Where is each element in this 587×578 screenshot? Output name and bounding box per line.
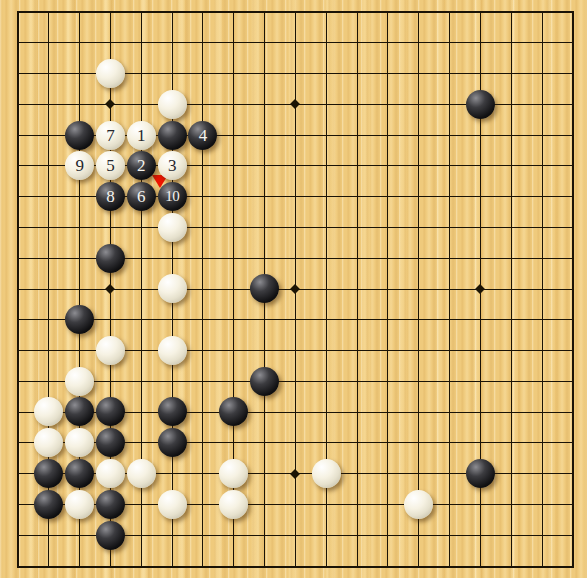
intersection-K10[interactable] xyxy=(280,274,311,305)
intersection-O4[interactable] xyxy=(403,458,434,489)
intersection-B9[interactable] xyxy=(33,304,64,335)
intersection-Q13[interactable] xyxy=(465,181,496,212)
intersection-M10[interactable] xyxy=(342,274,373,305)
intersection-K3[interactable] xyxy=(280,489,311,520)
intersection-F4[interactable] xyxy=(157,458,188,489)
intersection-Q17[interactable] xyxy=(465,58,496,89)
white-stone-B6[interactable] xyxy=(34,397,63,426)
intersection-M8[interactable] xyxy=(342,335,373,366)
intersection-A9[interactable] xyxy=(3,304,34,335)
intersection-Q9[interactable] xyxy=(465,304,496,335)
intersection-S10[interactable] xyxy=(527,274,558,305)
white-stone-D14[interactable]: 5 xyxy=(96,151,125,180)
intersection-Q15[interactable] xyxy=(465,120,496,151)
intersection-O15[interactable] xyxy=(403,120,434,151)
intersection-K4[interactable] xyxy=(280,458,311,489)
intersection-C9[interactable] xyxy=(64,304,95,335)
intersection-P19[interactable] xyxy=(434,0,465,27)
intersection-D7[interactable] xyxy=(95,366,126,397)
intersection-G1[interactable] xyxy=(188,550,219,578)
intersection-Q16[interactable] xyxy=(465,89,496,120)
intersection-H17[interactable] xyxy=(218,58,249,89)
intersection-T2[interactable] xyxy=(557,520,587,551)
intersection-K8[interactable] xyxy=(280,335,311,366)
intersection-S11[interactable] xyxy=(527,243,558,274)
intersection-J14[interactable] xyxy=(249,150,280,181)
intersection-G15[interactable]: 4 xyxy=(188,120,219,151)
intersection-Q4[interactable] xyxy=(465,458,496,489)
intersection-F8[interactable] xyxy=(157,335,188,366)
intersection-F1[interactable] xyxy=(157,550,188,578)
intersection-N17[interactable] xyxy=(373,58,404,89)
intersection-M17[interactable] xyxy=(342,58,373,89)
intersection-H8[interactable] xyxy=(218,335,249,366)
intersection-K7[interactable] xyxy=(280,366,311,397)
intersection-L14[interactable] xyxy=(311,150,342,181)
white-stone-C14[interactable]: 9 xyxy=(65,151,94,180)
intersection-N6[interactable] xyxy=(373,397,404,428)
intersection-E8[interactable] xyxy=(126,335,157,366)
intersection-S8[interactable] xyxy=(527,335,558,366)
intersection-F19[interactable] xyxy=(157,0,188,27)
intersection-Q19[interactable] xyxy=(465,0,496,27)
intersection-P9[interactable] xyxy=(434,304,465,335)
intersection-K17[interactable] xyxy=(280,58,311,89)
intersection-A11[interactable] xyxy=(3,243,34,274)
intersection-O11[interactable] xyxy=(403,243,434,274)
intersection-K14[interactable] xyxy=(280,150,311,181)
intersection-T18[interactable] xyxy=(557,27,587,58)
intersection-D9[interactable] xyxy=(95,304,126,335)
intersection-J15[interactable] xyxy=(249,120,280,151)
intersection-C5[interactable] xyxy=(64,427,95,458)
intersection-K2[interactable] xyxy=(280,520,311,551)
intersection-J2[interactable] xyxy=(249,520,280,551)
intersection-T7[interactable] xyxy=(557,366,587,397)
intersection-B18[interactable] xyxy=(33,27,64,58)
intersection-E1[interactable] xyxy=(126,550,157,578)
intersection-G17[interactable] xyxy=(188,58,219,89)
intersection-O18[interactable] xyxy=(403,27,434,58)
intersection-M15[interactable] xyxy=(342,120,373,151)
intersection-F3[interactable] xyxy=(157,489,188,520)
intersection-R9[interactable] xyxy=(496,304,527,335)
intersection-E11[interactable] xyxy=(126,243,157,274)
intersection-P14[interactable] xyxy=(434,150,465,181)
intersection-P13[interactable] xyxy=(434,181,465,212)
intersection-H7[interactable] xyxy=(218,366,249,397)
intersection-F9[interactable] xyxy=(157,304,188,335)
intersection-L13[interactable] xyxy=(311,181,342,212)
intersection-A6[interactable] xyxy=(3,397,34,428)
intersection-J13[interactable] xyxy=(249,181,280,212)
intersection-C4[interactable] xyxy=(64,458,95,489)
white-stone-H4[interactable] xyxy=(219,459,248,488)
intersection-P17[interactable] xyxy=(434,58,465,89)
intersection-O9[interactable] xyxy=(403,304,434,335)
intersection-N12[interactable] xyxy=(373,212,404,243)
intersection-P7[interactable] xyxy=(434,366,465,397)
intersection-K5[interactable] xyxy=(280,427,311,458)
intersection-Q6[interactable] xyxy=(465,397,496,428)
intersection-M9[interactable] xyxy=(342,304,373,335)
intersection-D10[interactable] xyxy=(95,274,126,305)
intersection-O14[interactable] xyxy=(403,150,434,181)
intersection-N9[interactable] xyxy=(373,304,404,335)
intersection-P4[interactable] xyxy=(434,458,465,489)
intersection-R6[interactable] xyxy=(496,397,527,428)
intersection-K13[interactable] xyxy=(280,181,311,212)
intersection-C8[interactable] xyxy=(64,335,95,366)
intersection-S1[interactable] xyxy=(527,550,558,578)
intersection-F11[interactable] xyxy=(157,243,188,274)
intersection-G14[interactable] xyxy=(188,150,219,181)
intersection-N10[interactable] xyxy=(373,274,404,305)
white-stone-F8[interactable] xyxy=(158,336,187,365)
white-stone-O3[interactable] xyxy=(404,490,433,519)
white-stone-C3[interactable] xyxy=(65,490,94,519)
intersection-M7[interactable] xyxy=(342,366,373,397)
intersection-E13[interactable]: 6 xyxy=(126,181,157,212)
intersection-H14[interactable] xyxy=(218,150,249,181)
intersection-N13[interactable] xyxy=(373,181,404,212)
intersection-P8[interactable] xyxy=(434,335,465,366)
intersection-C2[interactable] xyxy=(64,520,95,551)
intersection-J7[interactable] xyxy=(249,366,280,397)
intersection-G7[interactable] xyxy=(188,366,219,397)
intersection-E7[interactable] xyxy=(126,366,157,397)
intersection-P3[interactable] xyxy=(434,489,465,520)
intersection-H10[interactable] xyxy=(218,274,249,305)
white-stone-D17[interactable] xyxy=(96,59,125,88)
intersection-C18[interactable] xyxy=(64,27,95,58)
intersection-K19[interactable] xyxy=(280,0,311,27)
intersection-G2[interactable] xyxy=(188,520,219,551)
white-stone-F16[interactable] xyxy=(158,90,187,119)
intersection-T17[interactable] xyxy=(557,58,587,89)
white-stone-F3[interactable] xyxy=(158,490,187,519)
intersection-O6[interactable] xyxy=(403,397,434,428)
intersection-J6[interactable] xyxy=(249,397,280,428)
intersection-R18[interactable] xyxy=(496,27,527,58)
intersection-R5[interactable] xyxy=(496,427,527,458)
intersection-F12[interactable] xyxy=(157,212,188,243)
intersection-N5[interactable] xyxy=(373,427,404,458)
intersection-R12[interactable] xyxy=(496,212,527,243)
intersection-D12[interactable] xyxy=(95,212,126,243)
intersection-B1[interactable] xyxy=(33,550,64,578)
white-stone-F14[interactable]: 3 xyxy=(158,151,187,180)
intersection-L15[interactable] xyxy=(311,120,342,151)
intersection-C6[interactable] xyxy=(64,397,95,428)
intersection-A7[interactable] xyxy=(3,366,34,397)
white-stone-D8[interactable] xyxy=(96,336,125,365)
intersection-L17[interactable] xyxy=(311,58,342,89)
intersection-R15[interactable] xyxy=(496,120,527,151)
intersection-C15[interactable] xyxy=(64,120,95,151)
intersection-S13[interactable] xyxy=(527,181,558,212)
intersection-T9[interactable] xyxy=(557,304,587,335)
intersection-H3[interactable] xyxy=(218,489,249,520)
intersection-T5[interactable] xyxy=(557,427,587,458)
intersection-C19[interactable] xyxy=(64,0,95,27)
black-stone-D6[interactable] xyxy=(96,397,125,426)
intersection-C12[interactable] xyxy=(64,212,95,243)
intersection-C14[interactable]: 9 xyxy=(64,150,95,181)
intersection-K12[interactable] xyxy=(280,212,311,243)
intersection-P12[interactable] xyxy=(434,212,465,243)
intersection-A5[interactable] xyxy=(3,427,34,458)
intersection-C17[interactable] xyxy=(64,58,95,89)
intersection-P6[interactable] xyxy=(434,397,465,428)
black-stone-C4[interactable] xyxy=(65,459,94,488)
intersection-E5[interactable] xyxy=(126,427,157,458)
intersection-L12[interactable] xyxy=(311,212,342,243)
intersection-G11[interactable] xyxy=(188,243,219,274)
intersection-R16[interactable] xyxy=(496,89,527,120)
intersection-D16[interactable] xyxy=(95,89,126,120)
intersection-R4[interactable] xyxy=(496,458,527,489)
intersection-G8[interactable] xyxy=(188,335,219,366)
intersection-B7[interactable] xyxy=(33,366,64,397)
intersection-F13[interactable]: 10 xyxy=(157,181,188,212)
intersection-H4[interactable] xyxy=(218,458,249,489)
intersection-Q10[interactable] xyxy=(465,274,496,305)
intersection-D4[interactable] xyxy=(95,458,126,489)
intersection-S5[interactable] xyxy=(527,427,558,458)
intersection-A19[interactable] xyxy=(3,0,34,27)
intersection-L2[interactable] xyxy=(311,520,342,551)
intersection-R10[interactable] xyxy=(496,274,527,305)
intersection-C7[interactable] xyxy=(64,366,95,397)
intersection-J16[interactable] xyxy=(249,89,280,120)
intersection-S15[interactable] xyxy=(527,120,558,151)
intersection-R11[interactable] xyxy=(496,243,527,274)
intersection-O12[interactable] xyxy=(403,212,434,243)
intersection-H2[interactable] xyxy=(218,520,249,551)
white-stone-C5[interactable] xyxy=(65,428,94,457)
intersection-N4[interactable] xyxy=(373,458,404,489)
intersection-D14[interactable]: 5 xyxy=(95,150,126,181)
intersection-E4[interactable] xyxy=(126,458,157,489)
intersection-R2[interactable] xyxy=(496,520,527,551)
intersection-T16[interactable] xyxy=(557,89,587,120)
intersection-F2[interactable] xyxy=(157,520,188,551)
black-stone-F15[interactable] xyxy=(158,121,187,150)
intersection-E12[interactable] xyxy=(126,212,157,243)
intersection-O8[interactable] xyxy=(403,335,434,366)
intersection-B19[interactable] xyxy=(33,0,64,27)
intersection-H6[interactable] xyxy=(218,397,249,428)
intersection-K6[interactable] xyxy=(280,397,311,428)
white-stone-H3[interactable] xyxy=(219,490,248,519)
intersection-J19[interactable] xyxy=(249,0,280,27)
intersection-M3[interactable] xyxy=(342,489,373,520)
intersection-H15[interactable] xyxy=(218,120,249,151)
black-stone-B4[interactable] xyxy=(34,459,63,488)
black-stone-E13[interactable]: 6 xyxy=(127,182,156,211)
intersection-F10[interactable] xyxy=(157,274,188,305)
intersection-C11[interactable] xyxy=(64,243,95,274)
intersection-O16[interactable] xyxy=(403,89,434,120)
intersection-J9[interactable] xyxy=(249,304,280,335)
intersection-E3[interactable] xyxy=(126,489,157,520)
intersection-T4[interactable] xyxy=(557,458,587,489)
intersection-M5[interactable] xyxy=(342,427,373,458)
intersection-J10[interactable] xyxy=(249,274,280,305)
intersection-F16[interactable] xyxy=(157,89,188,120)
intersection-J1[interactable] xyxy=(249,550,280,578)
intersection-A2[interactable] xyxy=(3,520,34,551)
intersection-D15[interactable]: 7 xyxy=(95,120,126,151)
intersection-J12[interactable] xyxy=(249,212,280,243)
black-stone-C9[interactable] xyxy=(65,305,94,334)
intersection-E2[interactable] xyxy=(126,520,157,551)
intersection-S9[interactable] xyxy=(527,304,558,335)
intersection-K9[interactable] xyxy=(280,304,311,335)
intersection-S17[interactable] xyxy=(527,58,558,89)
black-stone-G15[interactable]: 4 xyxy=(188,121,217,150)
intersection-T19[interactable] xyxy=(557,0,587,27)
intersection-R19[interactable] xyxy=(496,0,527,27)
intersection-S2[interactable] xyxy=(527,520,558,551)
black-stone-E14[interactable]: 2 xyxy=(127,151,156,180)
intersection-Q2[interactable] xyxy=(465,520,496,551)
intersection-G12[interactable] xyxy=(188,212,219,243)
intersection-G13[interactable] xyxy=(188,181,219,212)
intersection-O7[interactable] xyxy=(403,366,434,397)
intersection-A17[interactable] xyxy=(3,58,34,89)
intersection-L7[interactable] xyxy=(311,366,342,397)
intersection-G6[interactable] xyxy=(188,397,219,428)
intersection-Q12[interactable] xyxy=(465,212,496,243)
white-stone-D15[interactable]: 7 xyxy=(96,121,125,150)
intersection-D11[interactable] xyxy=(95,243,126,274)
intersection-L4[interactable] xyxy=(311,458,342,489)
intersection-O2[interactable] xyxy=(403,520,434,551)
intersection-L5[interactable] xyxy=(311,427,342,458)
intersection-E10[interactable] xyxy=(126,274,157,305)
intersection-O5[interactable] xyxy=(403,427,434,458)
intersection-Q3[interactable] xyxy=(465,489,496,520)
intersection-L9[interactable] xyxy=(311,304,342,335)
black-stone-Q16[interactable] xyxy=(466,90,495,119)
intersection-E15[interactable]: 1 xyxy=(126,120,157,151)
intersection-G3[interactable] xyxy=(188,489,219,520)
black-stone-D3[interactable] xyxy=(96,490,125,519)
intersection-L16[interactable] xyxy=(311,89,342,120)
intersection-O13[interactable] xyxy=(403,181,434,212)
intersection-S3[interactable] xyxy=(527,489,558,520)
intersection-T1[interactable] xyxy=(557,550,587,578)
white-stone-C7[interactable] xyxy=(65,367,94,396)
intersection-D6[interactable] xyxy=(95,397,126,428)
intersection-R3[interactable] xyxy=(496,489,527,520)
intersection-D5[interactable] xyxy=(95,427,126,458)
intersection-T15[interactable] xyxy=(557,120,587,151)
intersection-E16[interactable] xyxy=(126,89,157,120)
intersection-N15[interactable] xyxy=(373,120,404,151)
intersection-D1[interactable] xyxy=(95,550,126,578)
black-stone-B3[interactable] xyxy=(34,490,63,519)
intersection-E6[interactable] xyxy=(126,397,157,428)
intersection-F17[interactable] xyxy=(157,58,188,89)
intersection-T14[interactable] xyxy=(557,150,587,181)
black-stone-Q4[interactable] xyxy=(466,459,495,488)
intersection-S19[interactable] xyxy=(527,0,558,27)
intersection-P16[interactable] xyxy=(434,89,465,120)
intersection-C16[interactable] xyxy=(64,89,95,120)
white-stone-L4[interactable] xyxy=(312,459,341,488)
white-stone-E4[interactable] xyxy=(127,459,156,488)
intersection-D8[interactable] xyxy=(95,335,126,366)
intersection-H13[interactable] xyxy=(218,181,249,212)
intersection-T11[interactable] xyxy=(557,243,587,274)
intersection-H12[interactable] xyxy=(218,212,249,243)
intersection-K18[interactable] xyxy=(280,27,311,58)
intersection-B15[interactable] xyxy=(33,120,64,151)
intersection-B5[interactable] xyxy=(33,427,64,458)
intersection-M4[interactable] xyxy=(342,458,373,489)
intersection-A3[interactable] xyxy=(3,489,34,520)
intersection-F5[interactable] xyxy=(157,427,188,458)
intersection-E18[interactable] xyxy=(126,27,157,58)
intersection-T8[interactable] xyxy=(557,335,587,366)
black-stone-C6[interactable] xyxy=(65,397,94,426)
intersection-T13[interactable] xyxy=(557,181,587,212)
intersection-D2[interactable] xyxy=(95,520,126,551)
intersection-O19[interactable] xyxy=(403,0,434,27)
intersection-D17[interactable] xyxy=(95,58,126,89)
black-stone-D11[interactable] xyxy=(96,244,125,273)
intersection-E19[interactable] xyxy=(126,0,157,27)
intersection-A18[interactable] xyxy=(3,27,34,58)
intersection-P15[interactable] xyxy=(434,120,465,151)
intersection-B6[interactable] xyxy=(33,397,64,428)
intersection-Q8[interactable] xyxy=(465,335,496,366)
intersection-P5[interactable] xyxy=(434,427,465,458)
intersection-M16[interactable] xyxy=(342,89,373,120)
intersection-J18[interactable] xyxy=(249,27,280,58)
intersection-J17[interactable] xyxy=(249,58,280,89)
intersection-M13[interactable] xyxy=(342,181,373,212)
intersection-S12[interactable] xyxy=(527,212,558,243)
intersection-B4[interactable] xyxy=(33,458,64,489)
intersection-J4[interactable] xyxy=(249,458,280,489)
intersection-Q18[interactable] xyxy=(465,27,496,58)
intersection-P10[interactable] xyxy=(434,274,465,305)
intersection-B8[interactable] xyxy=(33,335,64,366)
intersection-M11[interactable] xyxy=(342,243,373,274)
intersection-A12[interactable] xyxy=(3,212,34,243)
black-stone-J7[interactable] xyxy=(250,367,279,396)
intersection-S18[interactable] xyxy=(527,27,558,58)
black-stone-D5[interactable] xyxy=(96,428,125,457)
intersection-A10[interactable] xyxy=(3,274,34,305)
intersection-C10[interactable] xyxy=(64,274,95,305)
intersection-A16[interactable] xyxy=(3,89,34,120)
intersection-C13[interactable] xyxy=(64,181,95,212)
intersection-L10[interactable] xyxy=(311,274,342,305)
intersection-P18[interactable] xyxy=(434,27,465,58)
intersection-G10[interactable] xyxy=(188,274,219,305)
black-stone-H6[interactable] xyxy=(219,397,248,426)
intersection-F6[interactable] xyxy=(157,397,188,428)
intersection-B17[interactable] xyxy=(33,58,64,89)
intersection-G18[interactable] xyxy=(188,27,219,58)
intersection-B16[interactable] xyxy=(33,89,64,120)
intersection-N2[interactable] xyxy=(373,520,404,551)
